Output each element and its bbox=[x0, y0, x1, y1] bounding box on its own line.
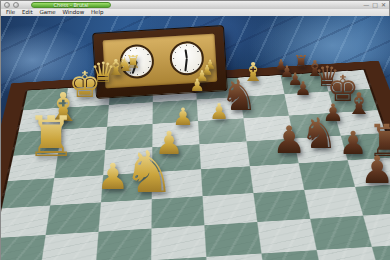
piece-white-pawn-e4[interactable]: ♟ bbox=[209, 101, 229, 123]
window-title: Chess - Brutal bbox=[31, 2, 111, 8]
menu-edit[interactable]: Edit bbox=[22, 9, 33, 15]
close-icon[interactable]: ✕ bbox=[381, 2, 386, 8]
black-minute-hand bbox=[184, 58, 187, 71]
window-menu-button[interactable] bbox=[4, 2, 10, 8]
menu-file[interactable]: File bbox=[6, 9, 15, 15]
piece-black-pawn-e5[interactable]: ♟ bbox=[272, 121, 306, 159]
minimize-icon[interactable]: — bbox=[363, 2, 369, 8]
game-scene: 1 2 3 4 5 6 7 8 ♜♝♚♛♝♞♜♟♟♟♟♟♟♟♞♟♝♞♟♞♟♟♟♟… bbox=[1, 16, 390, 260]
piece-black-pawn-d7[interactable]: ♟ bbox=[294, 79, 311, 98]
maximize-icon[interactable]: □ bbox=[372, 2, 378, 8]
piece-white-pawn-d2[interactable]: ♟ bbox=[189, 77, 204, 94]
black-hour-hand bbox=[185, 49, 188, 58]
piece-white-knight-f3[interactable]: ♞ bbox=[123, 143, 175, 201]
piece-white-rook-h1[interactable]: ♜ bbox=[26, 109, 76, 165]
piece-black-pawn-h7[interactable]: ♟ bbox=[360, 151, 390, 189]
chess-app-window: Chess - Brutal — □ ✕ File Edit Game Wind… bbox=[0, 0, 390, 260]
menu-game[interactable]: Game bbox=[39, 9, 55, 15]
window-shade-button[interactable] bbox=[13, 2, 19, 8]
menu-window[interactable]: Window bbox=[63, 9, 85, 15]
menu-help[interactable]: Help bbox=[91, 9, 104, 15]
